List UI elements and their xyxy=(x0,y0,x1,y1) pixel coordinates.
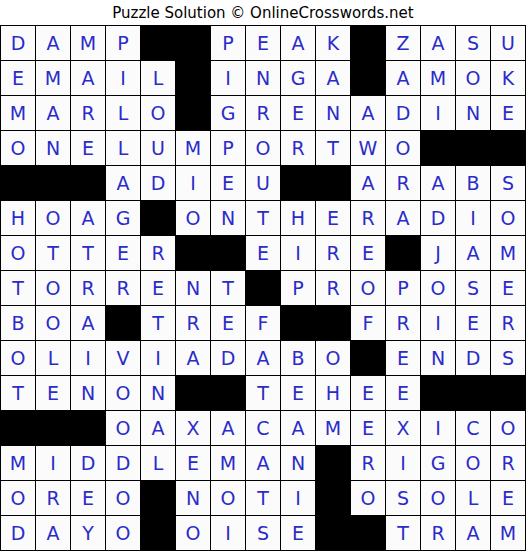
letter-cell: A xyxy=(421,166,455,200)
puzzle-solution-page: Puzzle Solution © OnlineCrosswords.net D… xyxy=(0,0,526,551)
letter-cell: L xyxy=(106,131,140,165)
letter-cell: A xyxy=(246,446,280,480)
letter-cell: R xyxy=(71,271,105,305)
letter-cell: T xyxy=(71,236,105,270)
letter-cell: E xyxy=(351,411,385,445)
letter-cell: E xyxy=(71,481,105,515)
block-cell xyxy=(36,411,70,445)
letter-cell: D xyxy=(211,341,245,375)
letter-cell: P xyxy=(211,131,245,165)
letter-cell: N xyxy=(176,481,210,515)
letter-cell: M xyxy=(36,61,70,95)
letter-cell: B xyxy=(281,341,315,375)
letter-cell: E xyxy=(176,446,210,480)
letter-cell: K xyxy=(491,61,525,95)
letter-cell: N xyxy=(456,96,490,130)
letter-cell: I xyxy=(176,166,210,200)
letter-cell: O xyxy=(456,61,490,95)
letter-cell: E xyxy=(71,131,105,165)
letter-cell: R xyxy=(316,236,350,270)
letter-cell: R xyxy=(491,306,525,340)
letter-cell: M xyxy=(491,236,525,270)
letter-cell: E xyxy=(351,236,385,270)
block-cell xyxy=(71,166,105,200)
letter-cell: C xyxy=(456,411,490,445)
letter-cell: N xyxy=(211,201,245,235)
block-cell xyxy=(1,166,35,200)
letter-cell: R xyxy=(386,306,420,340)
letter-cell: E xyxy=(281,376,315,410)
letter-cell: E xyxy=(1,61,35,95)
letter-cell: R xyxy=(141,236,175,270)
letter-cell: X xyxy=(176,411,210,445)
letter-cell: N xyxy=(141,376,175,410)
block-cell xyxy=(141,481,175,515)
letter-cell: O xyxy=(106,376,140,410)
letter-cell: O xyxy=(421,481,455,515)
letter-cell: T xyxy=(386,516,420,550)
letter-cell: A xyxy=(281,26,315,60)
letter-cell: R xyxy=(316,271,350,305)
letter-cell: O xyxy=(421,271,455,305)
letter-cell: A xyxy=(36,26,70,60)
letter-cell: A xyxy=(141,411,175,445)
letter-cell: T xyxy=(36,236,70,270)
block-cell xyxy=(176,96,210,130)
letter-cell: R xyxy=(386,166,420,200)
letter-cell: O xyxy=(246,131,280,165)
letter-cell: O xyxy=(106,481,140,515)
letter-cell: T xyxy=(1,271,35,305)
letter-cell: O xyxy=(36,271,70,305)
letter-cell: D xyxy=(1,26,35,60)
block-cell xyxy=(316,306,350,340)
letter-cell: I xyxy=(106,61,140,95)
letter-cell: O xyxy=(351,271,385,305)
letter-cell: M xyxy=(1,96,35,130)
letter-cell: O xyxy=(36,306,70,340)
letter-cell: I xyxy=(281,236,315,270)
letter-cell: I xyxy=(456,201,490,235)
letter-cell: N xyxy=(316,96,350,130)
letter-cell: K xyxy=(316,26,350,60)
letter-cell: T xyxy=(211,271,245,305)
block-cell xyxy=(211,376,245,410)
letter-cell: O xyxy=(351,481,385,515)
block-cell xyxy=(316,446,350,480)
block-cell xyxy=(281,166,315,200)
letter-cell: S xyxy=(491,341,525,375)
letter-cell: R xyxy=(351,201,385,235)
letter-cell: N xyxy=(36,131,70,165)
letter-cell: R xyxy=(36,481,70,515)
letter-cell: R xyxy=(281,131,315,165)
letter-cell: E xyxy=(211,306,245,340)
letter-cell: Y xyxy=(71,516,105,550)
letter-cell: E xyxy=(386,341,420,375)
letter-cell: A xyxy=(456,516,490,550)
block-cell xyxy=(246,271,280,305)
block-cell xyxy=(421,131,455,165)
letter-cell: A xyxy=(36,96,70,130)
letter-cell: A xyxy=(351,96,385,130)
letter-cell: M xyxy=(211,446,245,480)
letter-cell: S xyxy=(456,26,490,60)
letter-cell: P xyxy=(106,26,140,60)
letter-cell: E xyxy=(211,166,245,200)
block-cell xyxy=(176,376,210,410)
letter-cell: T xyxy=(141,306,175,340)
letter-cell: H xyxy=(316,376,350,410)
letter-cell: E xyxy=(386,376,420,410)
block-cell xyxy=(176,61,210,95)
block-cell xyxy=(351,26,385,60)
letter-cell: I xyxy=(281,481,315,515)
letter-cell: U xyxy=(246,166,280,200)
letter-cell: L xyxy=(141,446,175,480)
block-cell xyxy=(1,411,35,445)
letter-cell: A xyxy=(246,341,280,375)
letter-cell: A xyxy=(71,306,105,340)
block-cell xyxy=(141,26,175,60)
letter-cell: H xyxy=(1,201,35,235)
letter-cell: S xyxy=(246,516,280,550)
letter-cell: U xyxy=(491,26,525,60)
block-cell xyxy=(351,516,385,550)
letter-cell: M xyxy=(421,61,455,95)
letter-cell: T xyxy=(316,131,350,165)
letter-cell: I xyxy=(211,61,245,95)
letter-cell: O xyxy=(316,341,350,375)
letter-cell: E xyxy=(456,306,490,340)
letter-cell: Z xyxy=(386,26,420,60)
block-cell xyxy=(106,306,140,340)
letter-cell: D xyxy=(71,446,105,480)
block-cell xyxy=(421,376,455,410)
letter-cell: D xyxy=(1,516,35,550)
letter-cell: A xyxy=(71,201,105,235)
letter-cell: A xyxy=(386,201,420,235)
letter-cell: D xyxy=(421,201,455,235)
block-cell xyxy=(456,376,490,410)
block-cell xyxy=(386,236,420,270)
letter-cell: G xyxy=(281,61,315,95)
letter-cell: D xyxy=(141,166,175,200)
letter-cell: A xyxy=(386,61,420,95)
letter-cell: L xyxy=(36,341,70,375)
letter-cell: O xyxy=(176,516,210,550)
letter-cell: I xyxy=(421,306,455,340)
letter-cell: S xyxy=(386,481,420,515)
letter-cell: E xyxy=(141,271,175,305)
block-cell xyxy=(456,131,490,165)
block-cell xyxy=(211,236,245,270)
letter-cell: T xyxy=(246,481,280,515)
block-cell xyxy=(351,61,385,95)
block-cell xyxy=(316,516,350,550)
letter-cell: R xyxy=(351,446,385,480)
letter-cell: E xyxy=(246,236,280,270)
letter-cell: R xyxy=(421,516,455,550)
block-cell xyxy=(71,411,105,445)
letter-cell: O xyxy=(176,201,210,235)
letter-cell: N xyxy=(71,376,105,410)
crossword-grid: DAMPPEAKZASUEMAILINGAAMOKMARLOGRENADINEO… xyxy=(0,25,526,551)
letter-cell: G xyxy=(421,446,455,480)
block-cell xyxy=(141,516,175,550)
page-title: Puzzle Solution © OnlineCrosswords.net xyxy=(0,0,526,25)
letter-cell: A xyxy=(211,411,245,445)
letter-cell: I xyxy=(421,411,455,445)
letter-cell: O xyxy=(106,411,140,445)
letter-cell: N xyxy=(421,341,455,375)
letter-cell: P xyxy=(386,271,420,305)
letter-cell: E xyxy=(106,236,140,270)
block-cell xyxy=(351,341,385,375)
letter-cell: H xyxy=(281,201,315,235)
letter-cell: E xyxy=(281,516,315,550)
letter-cell: A xyxy=(36,516,70,550)
letter-cell: E xyxy=(316,201,350,235)
letter-cell: E xyxy=(491,96,525,130)
letter-cell: A xyxy=(316,61,350,95)
letter-cell: O xyxy=(1,481,35,515)
block-cell xyxy=(176,236,210,270)
block-cell xyxy=(141,201,175,235)
letter-cell: D xyxy=(456,341,490,375)
letter-cell: E xyxy=(491,271,525,305)
letter-cell: R xyxy=(176,306,210,340)
letter-cell: L xyxy=(106,96,140,130)
letter-cell: P xyxy=(211,26,245,60)
letter-cell: B xyxy=(456,166,490,200)
letter-cell: G xyxy=(106,201,140,235)
letter-cell: A xyxy=(351,166,385,200)
letter-cell: E xyxy=(36,376,70,410)
letter-cell: N xyxy=(176,271,210,305)
letter-cell: G xyxy=(211,96,245,130)
letter-cell: R xyxy=(106,271,140,305)
block-cell xyxy=(176,26,210,60)
letter-cell: E xyxy=(281,96,315,130)
letter-cell: E xyxy=(351,376,385,410)
letter-cell: V xyxy=(106,341,140,375)
letter-cell: T xyxy=(246,376,280,410)
letter-cell: I xyxy=(211,516,245,550)
letter-cell: O xyxy=(491,201,525,235)
letter-cell: N xyxy=(246,61,280,95)
letter-cell: O xyxy=(1,341,35,375)
letter-cell: I xyxy=(36,446,70,480)
letter-cell: O xyxy=(456,446,490,480)
letter-cell: T xyxy=(1,376,35,410)
block-cell xyxy=(491,131,525,165)
letter-cell: O xyxy=(106,516,140,550)
block-cell xyxy=(316,166,350,200)
letter-cell: C xyxy=(246,411,280,445)
letter-cell: O xyxy=(36,201,70,235)
block-cell xyxy=(281,306,315,340)
letter-cell: F xyxy=(246,306,280,340)
letter-cell: N xyxy=(281,446,315,480)
letter-cell: R xyxy=(491,446,525,480)
block-cell xyxy=(491,376,525,410)
letter-cell: I xyxy=(141,341,175,375)
letter-cell: D xyxy=(386,96,420,130)
letter-cell: P xyxy=(281,271,315,305)
letter-cell: M xyxy=(491,516,525,550)
letter-cell: X xyxy=(386,411,420,445)
letter-cell: B xyxy=(1,306,35,340)
letter-cell: A xyxy=(176,341,210,375)
letter-cell: O xyxy=(1,236,35,270)
letter-cell: O xyxy=(1,131,35,165)
letter-cell: A xyxy=(106,166,140,200)
letter-cell: M xyxy=(316,411,350,445)
letter-cell: W xyxy=(351,131,385,165)
letter-cell: A xyxy=(456,236,490,270)
letter-cell: M xyxy=(1,446,35,480)
letter-cell: M xyxy=(176,131,210,165)
letter-cell: O xyxy=(211,481,245,515)
letter-cell: A xyxy=(281,411,315,445)
letter-cell: I xyxy=(421,96,455,130)
letter-cell: J xyxy=(421,236,455,270)
letter-cell: R xyxy=(71,96,105,130)
letter-cell: F xyxy=(351,306,385,340)
letter-cell: R xyxy=(246,96,280,130)
letter-cell: S xyxy=(491,166,525,200)
letter-cell: D xyxy=(106,446,140,480)
letter-cell: E xyxy=(246,26,280,60)
letter-cell: I xyxy=(386,446,420,480)
letter-cell: T xyxy=(246,201,280,235)
letter-cell: O xyxy=(386,131,420,165)
block-cell xyxy=(316,481,350,515)
letter-cell: M xyxy=(71,26,105,60)
letter-cell: A xyxy=(71,61,105,95)
letter-cell: I xyxy=(71,341,105,375)
letter-cell: O xyxy=(491,411,525,445)
letter-cell: L xyxy=(456,481,490,515)
letter-cell: U xyxy=(141,131,175,165)
letter-cell: E xyxy=(491,481,525,515)
letter-cell: S xyxy=(456,271,490,305)
letter-cell: L xyxy=(141,61,175,95)
letter-cell: A xyxy=(421,26,455,60)
letter-cell: O xyxy=(141,96,175,130)
block-cell xyxy=(36,166,70,200)
